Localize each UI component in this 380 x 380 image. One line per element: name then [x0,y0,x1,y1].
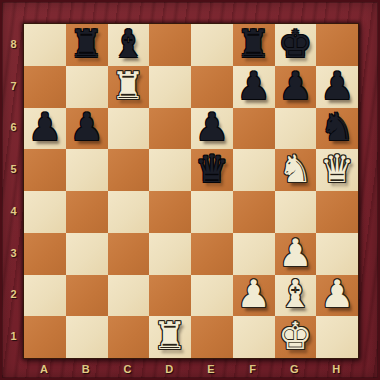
file-label-f: F [232,358,274,379]
square-f7[interactable]: ♟ [233,66,275,108]
file-label-c: C [107,358,149,379]
black-pawn-h7[interactable]: ♟ [320,67,354,105]
square-e7[interactable] [191,66,233,108]
black-queen-e5[interactable]: ♛ [195,150,229,188]
black-king-g8[interactable]: ♚ [278,25,312,63]
rank-label-6: 6 [5,107,22,149]
square-d5[interactable] [149,149,191,191]
file-label-g: G [274,358,316,379]
square-a3[interactable] [24,233,66,275]
rank-label-2: 2 [5,274,22,316]
square-f8[interactable]: ♜ [233,24,275,66]
square-h6[interactable]: ♞ [316,108,358,150]
rank-labels: 87654321 [5,23,22,357]
square-g5[interactable]: ♞ [275,149,317,191]
white-bishop-g2[interactable]: ♝ [278,275,312,313]
square-b4[interactable] [66,191,108,233]
square-b7[interactable] [66,66,108,108]
file-label-d: D [148,358,190,379]
black-rook-b8[interactable]: ♜ [70,25,104,63]
square-a8[interactable] [24,24,66,66]
square-d2[interactable] [149,275,191,317]
square-b5[interactable] [66,149,108,191]
rank-label-1: 1 [5,315,22,357]
square-d1[interactable]: ♜ [149,316,191,358]
square-g8[interactable]: ♚ [275,24,317,66]
square-e3[interactable] [191,233,233,275]
square-d6[interactable] [149,108,191,150]
square-a5[interactable] [24,149,66,191]
square-h3[interactable] [316,233,358,275]
file-label-b: B [65,358,107,379]
square-d8[interactable] [149,24,191,66]
square-a4[interactable] [24,191,66,233]
file-label-a: A [23,358,65,379]
white-pawn-f2[interactable]: ♟ [237,275,271,313]
black-pawn-a6[interactable]: ♟ [28,108,62,146]
black-pawn-e6[interactable]: ♟ [195,108,229,146]
square-g2[interactable]: ♝ [275,275,317,317]
black-pawn-b6[interactable]: ♟ [70,108,104,146]
square-h5[interactable]: ♛ [316,149,358,191]
square-e4[interactable] [191,191,233,233]
square-c1[interactable] [108,316,150,358]
black-knight-h6[interactable]: ♞ [320,108,354,146]
square-f5[interactable] [233,149,275,191]
black-bishop-c8[interactable]: ♝ [111,25,145,63]
square-h4[interactable] [316,191,358,233]
square-g3[interactable]: ♟ [275,233,317,275]
square-a1[interactable] [24,316,66,358]
square-e2[interactable] [191,275,233,317]
rank-label-4: 4 [5,190,22,232]
square-d3[interactable] [149,233,191,275]
square-a2[interactable] [24,275,66,317]
square-b2[interactable] [66,275,108,317]
black-pawn-f7[interactable]: ♟ [237,67,271,105]
square-d7[interactable] [149,66,191,108]
square-b3[interactable] [66,233,108,275]
square-e6[interactable]: ♟ [191,108,233,150]
white-knight-g5[interactable]: ♞ [278,150,312,188]
white-pawn-g3[interactable]: ♟ [278,234,312,272]
square-c6[interactable] [108,108,150,150]
square-g7[interactable]: ♟ [275,66,317,108]
rank-label-8: 8 [5,23,22,65]
square-e5[interactable]: ♛ [191,149,233,191]
black-pawn-g7[interactable]: ♟ [278,67,312,105]
square-a6[interactable]: ♟ [24,108,66,150]
file-labels: ABCDEFGH [23,358,357,379]
square-c2[interactable] [108,275,150,317]
square-b8[interactable]: ♜ [66,24,108,66]
square-h8[interactable] [316,24,358,66]
chess-board-frame: 87654321 ABCDEFGH ♜♝♜♚♜♟♟♟♟♟♟♞♛♞♛♟♟♝♟♜♚ [0,0,380,380]
square-h7[interactable]: ♟ [316,66,358,108]
square-e1[interactable] [191,316,233,358]
square-b1[interactable] [66,316,108,358]
square-c5[interactable] [108,149,150,191]
rank-label-7: 7 [5,65,22,107]
square-f3[interactable] [233,233,275,275]
square-f4[interactable] [233,191,275,233]
white-pawn-h2[interactable]: ♟ [320,275,354,313]
black-rook-f8[interactable]: ♜ [237,25,271,63]
square-d4[interactable] [149,191,191,233]
square-h2[interactable]: ♟ [316,275,358,317]
rank-label-3: 3 [5,232,22,274]
square-b6[interactable]: ♟ [66,108,108,150]
square-c4[interactable] [108,191,150,233]
white-king-g1[interactable]: ♚ [278,317,312,355]
square-c7[interactable]: ♜ [108,66,150,108]
square-c8[interactable]: ♝ [108,24,150,66]
rank-label-5: 5 [5,148,22,190]
white-rook-c7[interactable]: ♜ [111,67,145,105]
chess-board: ♜♝♜♚♜♟♟♟♟♟♟♞♛♞♛♟♟♝♟♜♚ [23,23,359,359]
square-c3[interactable] [108,233,150,275]
white-rook-d1[interactable]: ♜ [153,317,187,355]
square-f6[interactable] [233,108,275,150]
square-h1[interactable] [316,316,358,358]
square-g4[interactable] [275,191,317,233]
square-e8[interactable] [191,24,233,66]
file-label-h: H [315,358,357,379]
square-a7[interactable] [24,66,66,108]
square-g6[interactable] [275,108,317,150]
white-queen-h5[interactable]: ♛ [320,150,354,188]
file-label-e: E [190,358,232,379]
square-f2[interactable]: ♟ [233,275,275,317]
square-g1[interactable]: ♚ [275,316,317,358]
square-f1[interactable] [233,316,275,358]
